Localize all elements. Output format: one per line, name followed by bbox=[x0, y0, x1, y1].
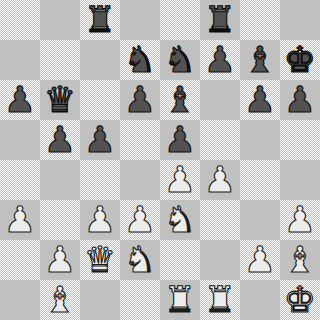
square-d6[interactable]: ♟ bbox=[120, 80, 160, 120]
square-a8[interactable] bbox=[0, 0, 40, 40]
square-b8[interactable] bbox=[40, 0, 80, 40]
square-e8[interactable] bbox=[160, 0, 200, 40]
square-d1[interactable] bbox=[120, 280, 160, 320]
white-knight[interactable]: ♞ bbox=[164, 200, 196, 240]
black-pawn[interactable]: ♟ bbox=[124, 80, 156, 120]
square-g1[interactable] bbox=[240, 280, 280, 320]
square-d8[interactable] bbox=[120, 0, 160, 40]
square-a2[interactable] bbox=[0, 240, 40, 280]
white-rook[interactable]: ♜ bbox=[204, 280, 236, 320]
square-a6[interactable]: ♟ bbox=[0, 80, 40, 120]
square-c3[interactable]: ♟ bbox=[80, 200, 120, 240]
square-g6[interactable]: ♟ bbox=[240, 80, 280, 120]
square-a4[interactable] bbox=[0, 160, 40, 200]
black-pawn[interactable]: ♟ bbox=[284, 80, 316, 120]
square-h8[interactable] bbox=[280, 0, 320, 40]
square-e3[interactable]: ♞ bbox=[160, 200, 200, 240]
square-h5[interactable] bbox=[280, 120, 320, 160]
black-pawn[interactable]: ♟ bbox=[244, 80, 276, 120]
black-pawn[interactable]: ♟ bbox=[4, 80, 36, 120]
square-e2[interactable] bbox=[160, 240, 200, 280]
square-c1[interactable] bbox=[80, 280, 120, 320]
square-c6[interactable] bbox=[80, 80, 120, 120]
square-b2[interactable]: ♟ bbox=[40, 240, 80, 280]
square-c4[interactable] bbox=[80, 160, 120, 200]
square-f6[interactable] bbox=[200, 80, 240, 120]
square-b5[interactable]: ♟ bbox=[40, 120, 80, 160]
black-rook[interactable]: ♜ bbox=[84, 0, 116, 40]
square-d2[interactable]: ♞ bbox=[120, 240, 160, 280]
black-king[interactable]: ♚ bbox=[284, 40, 316, 80]
square-d5[interactable] bbox=[120, 120, 160, 160]
square-b4[interactable] bbox=[40, 160, 80, 200]
black-pawn[interactable]: ♟ bbox=[164, 120, 196, 160]
square-e1[interactable]: ♜ bbox=[160, 280, 200, 320]
black-rook[interactable]: ♜ bbox=[204, 0, 236, 40]
square-h2[interactable]: ♝ bbox=[280, 240, 320, 280]
black-knight[interactable]: ♞ bbox=[164, 40, 196, 80]
white-knight[interactable]: ♞ bbox=[124, 240, 156, 280]
square-f3[interactable] bbox=[200, 200, 240, 240]
square-g8[interactable] bbox=[240, 0, 280, 40]
square-b1[interactable]: ♝ bbox=[40, 280, 80, 320]
square-a1[interactable] bbox=[0, 280, 40, 320]
chess-board: ♜♜♞♞♟♝♚♟♛♟♝♟♟♟♟♟♟♟♟♟♟♞♟♟♛♞♟♝♝♜♜♚ bbox=[0, 0, 320, 320]
square-f2[interactable] bbox=[200, 240, 240, 280]
white-bishop[interactable]: ♝ bbox=[44, 280, 76, 320]
square-d3[interactable]: ♟ bbox=[120, 200, 160, 240]
black-queen[interactable]: ♛ bbox=[44, 80, 76, 120]
black-pawn[interactable]: ♟ bbox=[84, 120, 116, 160]
square-c5[interactable]: ♟ bbox=[80, 120, 120, 160]
square-g5[interactable] bbox=[240, 120, 280, 160]
square-e6[interactable]: ♝ bbox=[160, 80, 200, 120]
square-d7[interactable]: ♞ bbox=[120, 40, 160, 80]
white-bishop[interactable]: ♝ bbox=[284, 240, 316, 280]
white-king[interactable]: ♚ bbox=[284, 280, 316, 320]
white-pawn[interactable]: ♟ bbox=[4, 200, 36, 240]
square-h4[interactable] bbox=[280, 160, 320, 200]
square-f4[interactable]: ♟ bbox=[200, 160, 240, 200]
square-c7[interactable] bbox=[80, 40, 120, 80]
square-g2[interactable]: ♟ bbox=[240, 240, 280, 280]
square-g4[interactable] bbox=[240, 160, 280, 200]
square-f5[interactable] bbox=[200, 120, 240, 160]
square-b6[interactable]: ♛ bbox=[40, 80, 80, 120]
square-e5[interactable]: ♟ bbox=[160, 120, 200, 160]
square-h7[interactable]: ♚ bbox=[280, 40, 320, 80]
square-b7[interactable] bbox=[40, 40, 80, 80]
square-f8[interactable]: ♜ bbox=[200, 0, 240, 40]
white-pawn[interactable]: ♟ bbox=[204, 160, 236, 200]
square-g7[interactable]: ♝ bbox=[240, 40, 280, 80]
square-a7[interactable] bbox=[0, 40, 40, 80]
square-h3[interactable]: ♟ bbox=[280, 200, 320, 240]
square-h6[interactable]: ♟ bbox=[280, 80, 320, 120]
square-d4[interactable] bbox=[120, 160, 160, 200]
square-f1[interactable]: ♜ bbox=[200, 280, 240, 320]
square-g3[interactable] bbox=[240, 200, 280, 240]
square-a5[interactable] bbox=[0, 120, 40, 160]
square-c8[interactable]: ♜ bbox=[80, 0, 120, 40]
square-b3[interactable] bbox=[40, 200, 80, 240]
white-rook[interactable]: ♜ bbox=[164, 280, 196, 320]
black-knight[interactable]: ♞ bbox=[124, 40, 156, 80]
white-pawn[interactable]: ♟ bbox=[44, 240, 76, 280]
white-pawn[interactable]: ♟ bbox=[84, 200, 116, 240]
square-a3[interactable]: ♟ bbox=[0, 200, 40, 240]
square-f7[interactable]: ♟ bbox=[200, 40, 240, 80]
black-pawn[interactable]: ♟ bbox=[44, 120, 76, 160]
white-pawn[interactable]: ♟ bbox=[284, 200, 316, 240]
black-pawn[interactable]: ♟ bbox=[204, 40, 236, 80]
white-queen[interactable]: ♛ bbox=[84, 240, 116, 280]
black-bishop[interactable]: ♝ bbox=[164, 80, 196, 120]
square-h1[interactable]: ♚ bbox=[280, 280, 320, 320]
white-pawn[interactable]: ♟ bbox=[124, 200, 156, 240]
square-e7[interactable]: ♞ bbox=[160, 40, 200, 80]
square-c2[interactable]: ♛ bbox=[80, 240, 120, 280]
white-pawn[interactable]: ♟ bbox=[244, 240, 276, 280]
black-bishop[interactable]: ♝ bbox=[244, 40, 276, 80]
white-pawn[interactable]: ♟ bbox=[164, 160, 196, 200]
square-e4[interactable]: ♟ bbox=[160, 160, 200, 200]
